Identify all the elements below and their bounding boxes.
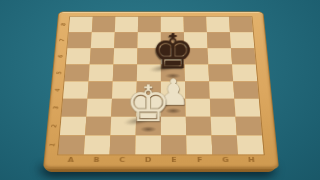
square-c1[interactable] [110, 135, 136, 154]
perspective-scene: ♚♟♚ ABCDEFGH 87654321 [0, 0, 320, 180]
square-g3[interactable] [210, 99, 236, 117]
board-grid: ♚♟♚ [58, 17, 263, 155]
file-labels: ABCDEFGH [57, 155, 265, 166]
file-label-h: H [238, 155, 265, 166]
file-label-g: G [212, 155, 238, 166]
rank-label-2: 2 [41, 120, 68, 132]
square-g7[interactable] [207, 32, 231, 48]
square-c8[interactable] [115, 17, 138, 32]
square-b5[interactable] [89, 65, 114, 82]
square-f2[interactable] [186, 117, 212, 136]
square-b7[interactable] [91, 32, 115, 48]
rank-label-8: 8 [51, 19, 76, 29]
square-b3[interactable] [86, 99, 112, 117]
rank-label-6: 6 [48, 51, 74, 62]
square-g8[interactable] [206, 17, 230, 32]
rank-label-5: 5 [46, 67, 72, 78]
square-h3[interactable] [234, 99, 260, 117]
square-b2[interactable] [85, 117, 111, 136]
square-h6[interactable] [231, 48, 256, 64]
chess-board: ♚♟♚ ABCDEFGH 87654321 [43, 12, 279, 169]
square-d1[interactable] [135, 135, 161, 154]
game-scene: ♚♟♚ ABCDEFGH 87654321 [0, 0, 320, 180]
square-b4[interactable] [88, 81, 113, 98]
square-h4[interactable] [233, 81, 259, 98]
square-h2[interactable] [236, 117, 262, 136]
rank-label-7: 7 [50, 35, 75, 46]
square-g5[interactable] [208, 65, 233, 82]
file-label-e: E [161, 155, 187, 166]
square-g2[interactable] [211, 117, 237, 136]
square-h5[interactable] [232, 65, 257, 82]
file-label-b: B [83, 155, 109, 166]
black-king[interactable]: ♚ [151, 28, 194, 76]
file-label-d: D [135, 155, 161, 166]
rank-label-1: 1 [39, 139, 67, 152]
square-g4[interactable] [209, 81, 234, 98]
square-f1[interactable] [186, 135, 212, 154]
square-e1[interactable] [161, 135, 187, 154]
rank-label-4: 4 [44, 84, 71, 96]
square-h1[interactable] [237, 135, 264, 154]
square-c7[interactable] [114, 32, 138, 48]
square-g6[interactable] [208, 48, 232, 64]
square-h7[interactable] [230, 32, 254, 48]
white-king[interactable]: ♚ [126, 79, 171, 129]
square-h8[interactable] [229, 17, 253, 32]
square-b8[interactable] [92, 17, 116, 32]
square-b6[interactable] [90, 48, 114, 64]
file-label-a: A [57, 155, 84, 166]
file-label-f: F [187, 155, 213, 166]
square-g1[interactable] [212, 135, 239, 154]
square-b1[interactable] [84, 135, 111, 154]
square-c6[interactable] [113, 48, 137, 64]
file-label-c: C [109, 155, 135, 166]
rank-label-3: 3 [43, 102, 70, 114]
